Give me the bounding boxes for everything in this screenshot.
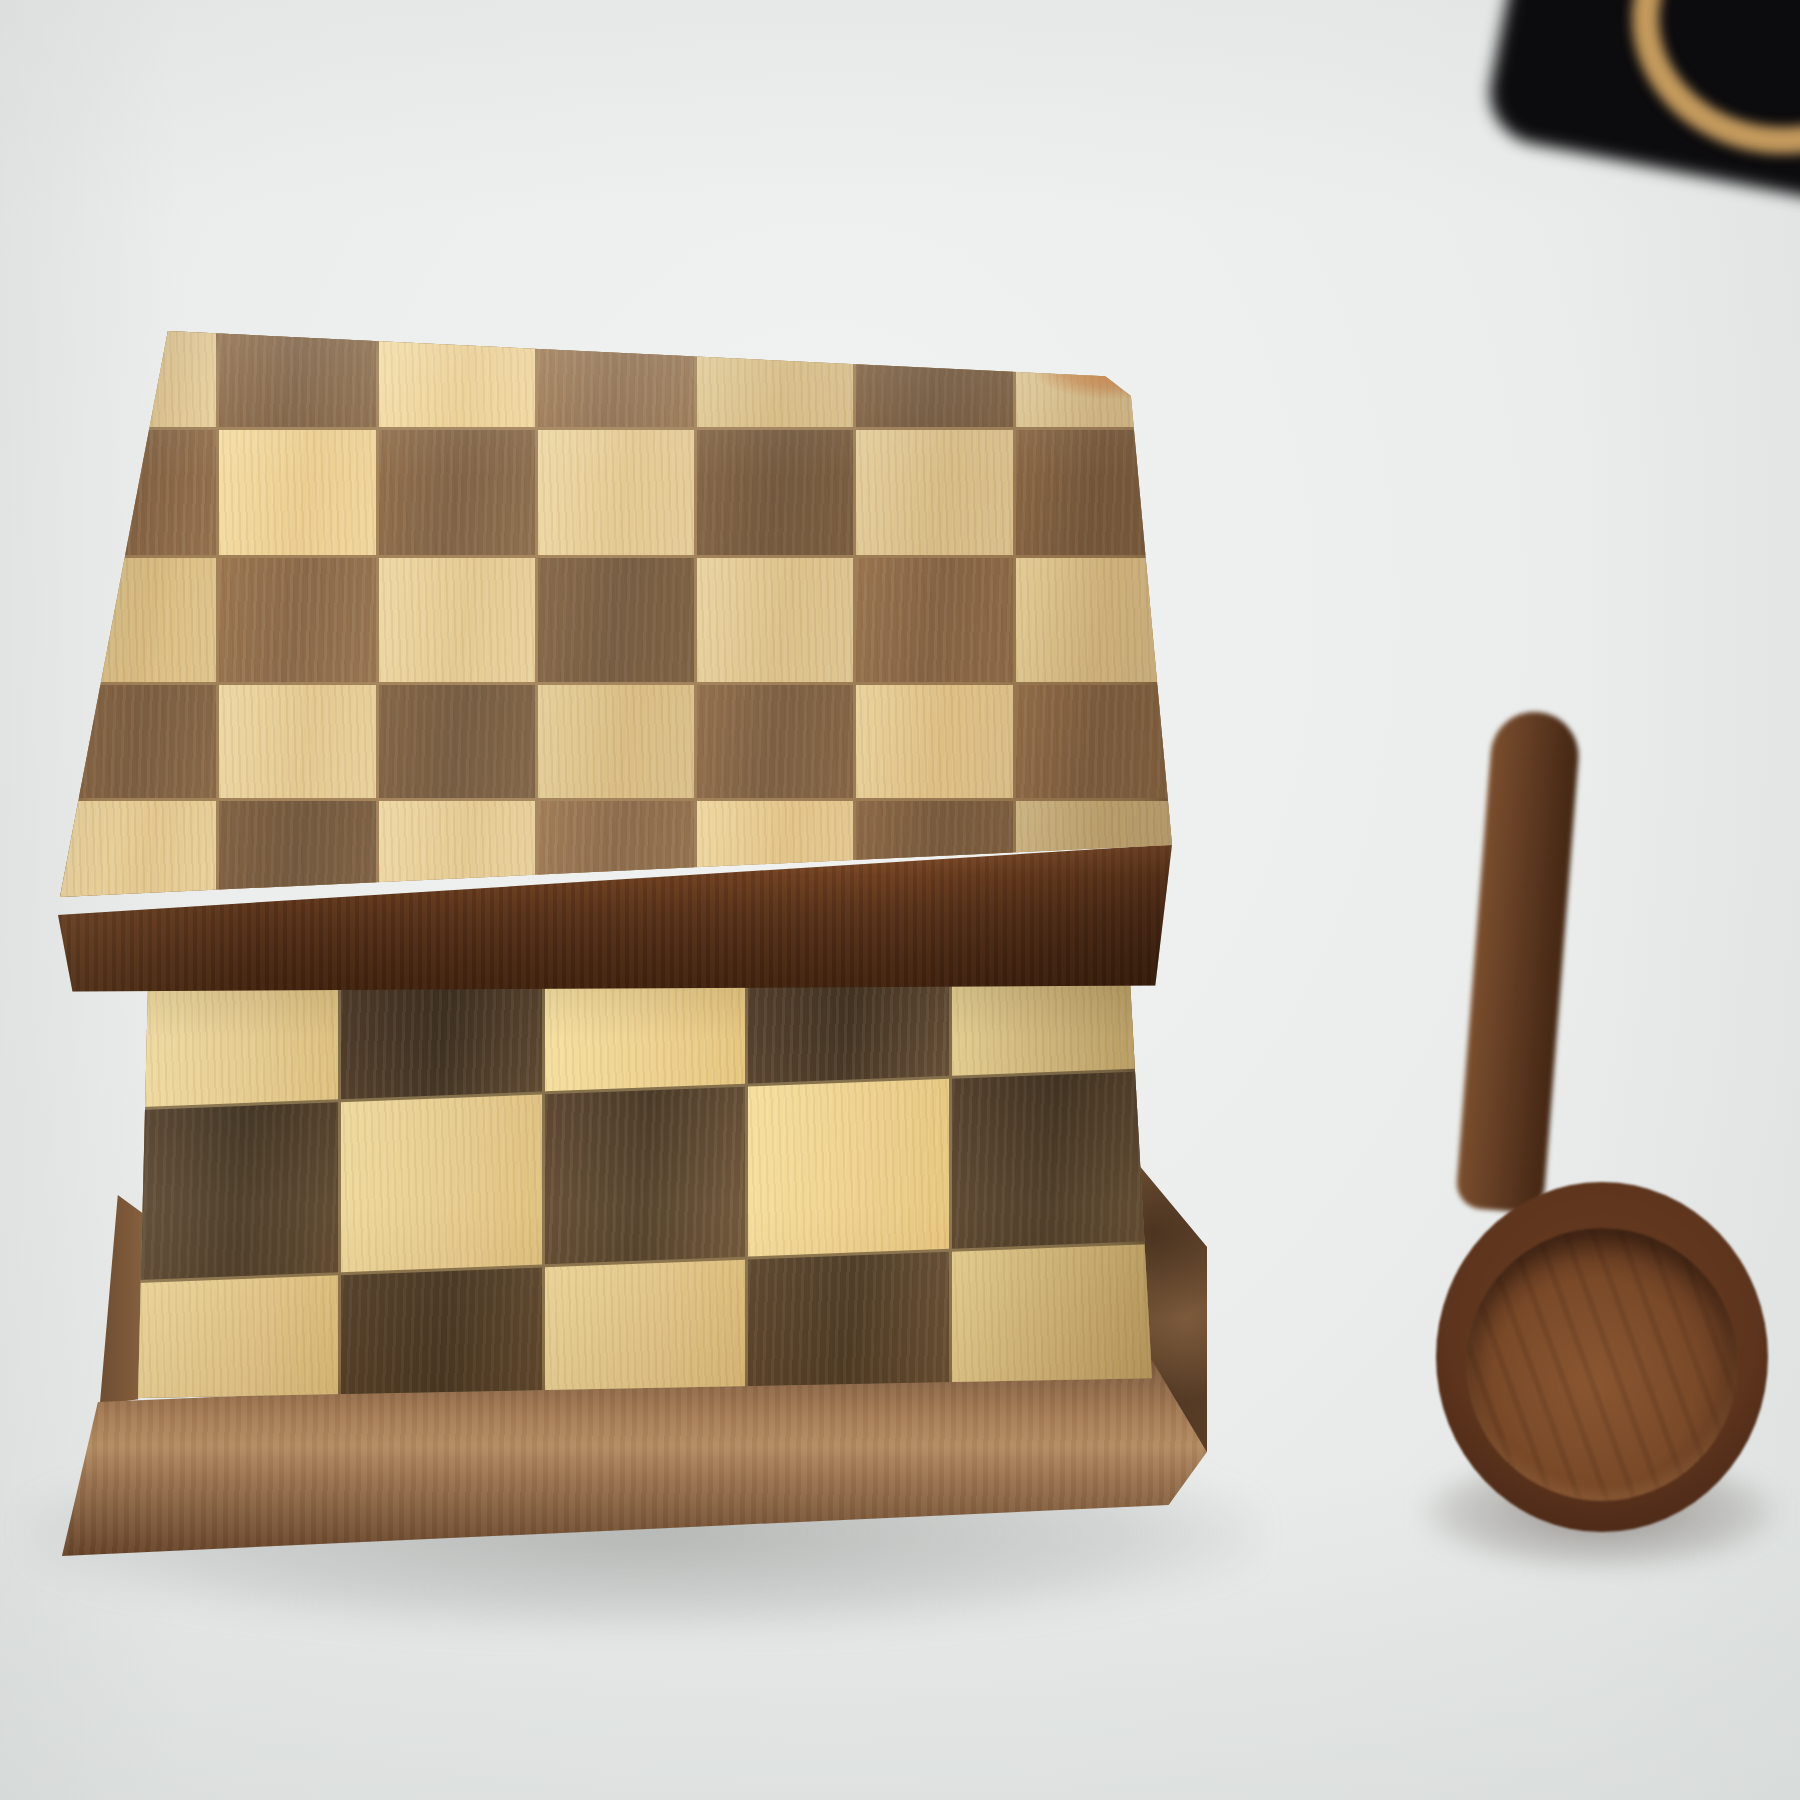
checker-cell-top_face-r3c0 — [60, 685, 216, 798]
checker-cell-top_face-r3c5 — [856, 685, 1012, 798]
checker-grid-top — [60, 331, 1172, 897]
checker-cell-top_face-r2c2 — [379, 558, 535, 683]
checker-cell-top_face-r0c3 — [538, 331, 694, 427]
checker-cell-top_face-r1c6 — [1016, 430, 1172, 555]
checker-cell-top_face-r1c2 — [379, 430, 535, 555]
checker-cell-top_face-r2c0 — [60, 558, 216, 683]
checker-cell-top_face-r0c5 — [856, 331, 1012, 427]
checker-cell-top_face-r0c1 — [219, 331, 375, 427]
box-front-face — [138, 938, 1152, 1398]
checker-cell-top_face-r0c2 — [379, 331, 535, 427]
spoon-bowl-hollow — [1466, 1228, 1738, 1501]
checker-cell-top_face-r3c3 — [538, 685, 694, 798]
checker-cell-top_face-r3c4 — [697, 685, 853, 798]
checker-cell-top_face-r1c0 — [60, 430, 216, 555]
checker-cell-top_face-r3c2 — [379, 685, 535, 798]
checker-cell-top_face-r1c1 — [219, 430, 375, 555]
checker-cell-top_face-r0c0 — [60, 331, 216, 427]
checker-cell-top_face-r2c3 — [538, 558, 694, 683]
checker-cell-top_face-r1c4 — [697, 430, 853, 555]
checker-cell-top_face-r2c4 — [697, 558, 853, 683]
box-lid-top — [60, 331, 1172, 897]
checker-cell-front_face-r1c2 — [545, 1086, 745, 1264]
spoon-handle — [1455, 709, 1582, 1214]
checker-cell-top_face-r4c0 — [60, 801, 216, 909]
checker-cell-top_face-r3c1 — [219, 685, 375, 798]
checker-cell-top_face-r2c1 — [219, 558, 375, 683]
spoon-bowl — [1436, 1182, 1768, 1532]
checker-cell-top_face-r2c5 — [856, 558, 1012, 683]
checker-cell-top_face-r1c5 — [856, 430, 1012, 555]
checker-cell-top_face-r2c6 — [1016, 558, 1172, 683]
checker-cell-top_face-r1c3 — [538, 430, 694, 555]
product-photo — [0, 0, 1800, 1800]
checker-cell-front_face-r1c0 — [138, 1102, 338, 1280]
checker-cell-top_face-r0c6 — [1016, 331, 1172, 427]
checker-grid-front — [138, 939, 1152, 1438]
checker-cell-top_face-r4c1 — [219, 801, 375, 909]
checker-cell-front_face-r1c3 — [748, 1079, 948, 1257]
checker-cell-front_face-r1c4 — [952, 1071, 1152, 1249]
checker-cell-front_face-r1c1 — [341, 1094, 541, 1272]
checker-cell-top_face-r3c6 — [1016, 685, 1172, 798]
checker-cell-top_face-r0c4 — [697, 331, 853, 427]
